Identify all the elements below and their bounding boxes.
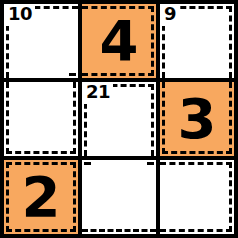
cage-border — [82, 160, 156, 232]
cell-r3c2[interactable] — [82, 160, 156, 234]
cell-r3c3[interactable] — [160, 160, 234, 234]
cell-r2c3[interactable]: 3 — [160, 82, 234, 156]
cage-sum-label: 9 — [162, 4, 179, 26]
cell-r2c2[interactable]: 21 — [82, 82, 156, 156]
cell-r2c1[interactable] — [4, 82, 78, 156]
cage-corner-tick — [84, 162, 91, 165]
cell-value: 4 — [100, 13, 139, 69]
cage-border — [6, 82, 76, 154]
puzzle-board: 10 4 9 21 3 2 — [0, 0, 238, 238]
cell-r1c1[interactable]: 10 — [4, 4, 78, 78]
cage-sum-label: 10 — [6, 4, 35, 26]
cage-sum-label: 21 — [84, 82, 113, 104]
cell-r1c3[interactable]: 9 — [160, 4, 234, 78]
cell-r1c2[interactable]: 4 — [82, 4, 156, 78]
cell-value: 3 — [178, 91, 217, 147]
cell-value: 2 — [22, 169, 61, 225]
cage-corner-tick — [69, 73, 76, 76]
cage-corner-tick — [147, 162, 154, 165]
cell-r3c1[interactable]: 2 — [4, 160, 78, 234]
cage-border — [160, 162, 232, 232]
